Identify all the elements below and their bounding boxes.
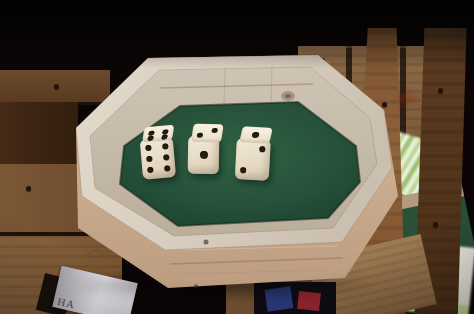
pip-grid [239,142,267,176]
die-3[interactable] [235,126,278,184]
pip [163,154,170,161]
die-1-front-face [140,137,176,180]
die-2[interactable] [188,124,229,181]
pip [199,151,207,159]
pip [162,144,169,151]
die-3-front-face [235,138,271,181]
die-1-top-face [142,125,174,143]
die-1[interactable] [139,124,184,183]
pip [146,156,153,163]
pip-grid [196,128,220,138]
pip [240,167,246,173]
die-3-top-face [239,126,273,143]
pip [147,166,154,173]
dice-tray-photo: HA [0,0,474,314]
pip [145,145,152,152]
die-2-top-face [191,124,224,142]
pip [259,146,265,152]
pip [161,134,168,140]
pip-grid [147,129,170,138]
pip-grid [144,141,172,175]
pip-grid [244,130,268,139]
pip [164,165,171,172]
pip-grid [192,140,216,170]
